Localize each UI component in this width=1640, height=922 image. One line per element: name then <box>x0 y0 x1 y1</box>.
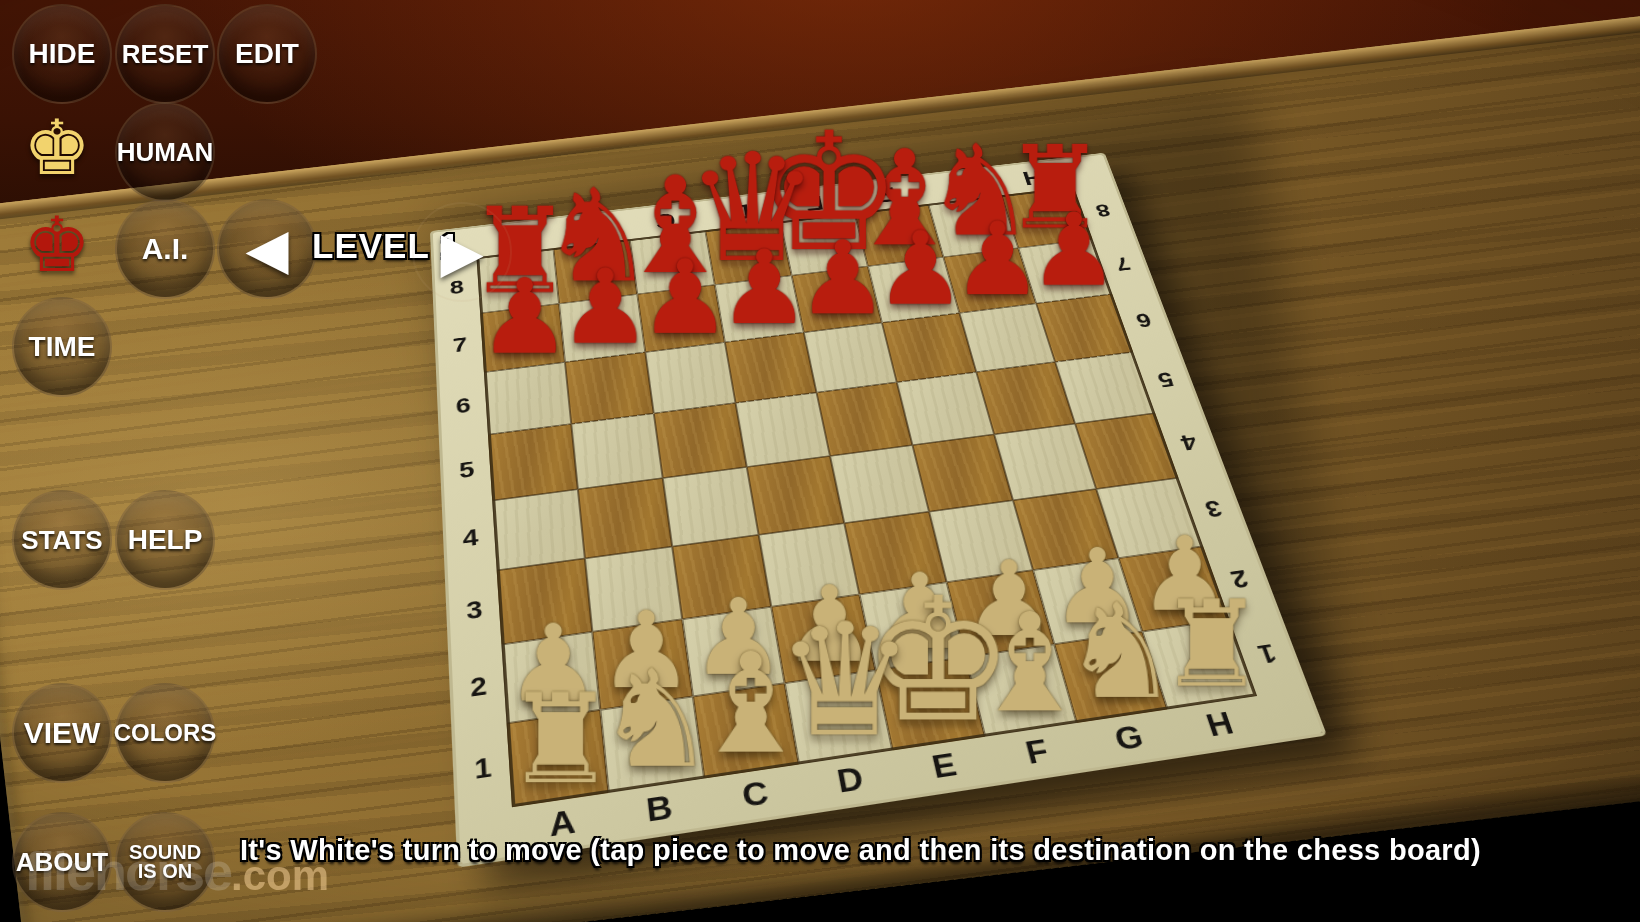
arrow-right-icon: ▶ <box>440 225 483 278</box>
colors-button[interactable]: COLORS <box>115 683 215 783</box>
ai-button[interactable]: A.I. <box>115 199 215 299</box>
arrow-left-icon: ◀ <box>245 222 288 275</box>
human-button[interactable]: HUMAN <box>115 102 215 202</box>
reset-button[interactable]: RESET <box>115 4 215 104</box>
view-button[interactable]: VIEW <box>12 683 112 783</box>
edit-button[interactable]: EDIT <box>217 4 317 104</box>
sound-button[interactable]: SOUND IS ON <box>115 812 215 912</box>
red-king-icon: ♚ <box>17 203 97 287</box>
level-next-button[interactable]: ▶ <box>412 202 512 302</box>
level-prev-button[interactable]: ◀ <box>217 199 317 299</box>
stats-button[interactable]: STATS <box>12 490 112 590</box>
white-king-icon: ♚ <box>17 106 97 190</box>
help-button[interactable]: HELP <box>115 490 215 590</box>
about-button[interactable]: ABOUT <box>12 812 112 912</box>
menu-layer: HIDE RESET EDIT ♚ HUMAN ♚ A.I. ◀ LEVEL 1… <box>0 0 1640 922</box>
time-button[interactable]: TIME <box>12 297 112 397</box>
hide-button[interactable]: HIDE <box>12 4 112 104</box>
status-bar: It's White's turn to move (tap piece to … <box>240 834 1481 867</box>
